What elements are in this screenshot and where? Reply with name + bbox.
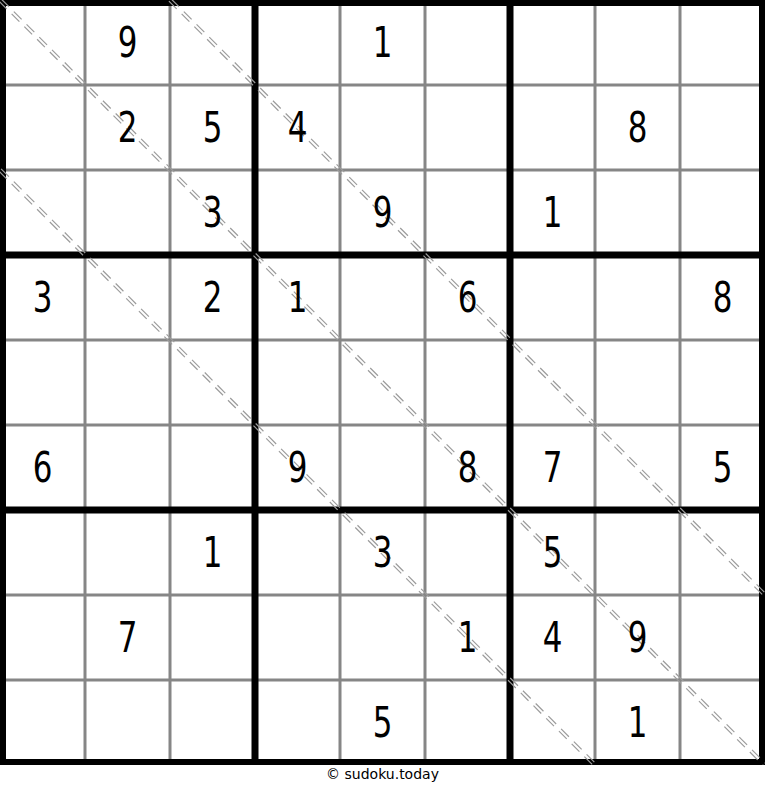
given-digit: 1: [458, 616, 478, 659]
given-digit: 9: [373, 191, 393, 234]
cell-r8c2[interactable]: 7: [85, 595, 170, 680]
cell-r3c4[interactable]: [255, 170, 340, 255]
given-digit: 8: [628, 106, 648, 149]
given-digit: 3: [203, 191, 223, 234]
cell-r7c3[interactable]: 1: [170, 510, 255, 595]
cell-r1c9[interactable]: [680, 0, 765, 85]
cell-r5c8[interactable]: [595, 340, 680, 425]
cell-r7c4[interactable]: [255, 510, 340, 595]
cell-r8c9[interactable]: [680, 595, 765, 680]
given-digit: 6: [33, 446, 53, 489]
given-digit: 7: [118, 616, 138, 659]
cell-r6c7[interactable]: 7: [510, 425, 595, 510]
cell-r6c3[interactable]: [170, 425, 255, 510]
cell-r1c3[interactable]: [170, 0, 255, 85]
cell-r6c4[interactable]: 9: [255, 425, 340, 510]
cell-r4c4[interactable]: 1: [255, 255, 340, 340]
cell-r7c2[interactable]: [85, 510, 170, 595]
cell-r1c6[interactable]: [425, 0, 510, 85]
cell-r2c4[interactable]: 4: [255, 85, 340, 170]
cell-r4c3[interactable]: 2: [170, 255, 255, 340]
cell-r6c8[interactable]: [595, 425, 680, 510]
given-digit: 1: [203, 531, 223, 574]
cell-r3c2[interactable]: [85, 170, 170, 255]
footer-credit: © sudoku.today: [0, 765, 765, 785]
cell-r5c6[interactable]: [425, 340, 510, 425]
cell-r6c6[interactable]: 8: [425, 425, 510, 510]
cell-r8c4[interactable]: [255, 595, 340, 680]
given-digit: 1: [628, 701, 648, 744]
cell-r1c1[interactable]: [0, 0, 85, 85]
cell-r7c5[interactable]: 3: [340, 510, 425, 595]
cell-r2c6[interactable]: [425, 85, 510, 170]
cell-r3c1[interactable]: [0, 170, 85, 255]
cell-r9c2[interactable]: [85, 680, 170, 765]
given-digit: 5: [203, 106, 223, 149]
given-digit: 8: [458, 446, 478, 489]
cell-r2c1[interactable]: [0, 85, 85, 170]
given-digit: 2: [203, 276, 223, 319]
cell-r5c4[interactable]: [255, 340, 340, 425]
cell-r9c3[interactable]: [170, 680, 255, 765]
given-digit: 6: [458, 276, 478, 319]
cell-r2c2[interactable]: 2: [85, 85, 170, 170]
given-digit: 5: [543, 531, 563, 574]
given-digit: 5: [713, 446, 733, 489]
cell-r1c4[interactable]: [255, 0, 340, 85]
cell-r4c5[interactable]: [340, 255, 425, 340]
given-digit: 1: [373, 21, 393, 64]
cell-r2c7[interactable]: [510, 85, 595, 170]
board-cells: 9125483913216869875135714951: [0, 0, 765, 765]
cell-r9c8[interactable]: 1: [595, 680, 680, 765]
cell-r3c9[interactable]: [680, 170, 765, 255]
cell-r5c7[interactable]: [510, 340, 595, 425]
cell-r8c5[interactable]: [340, 595, 425, 680]
sudoku-board: 9125483913216869875135714951: [0, 0, 765, 765]
given-digit: 1: [543, 191, 563, 234]
cell-r2c9[interactable]: [680, 85, 765, 170]
cell-r3c7[interactable]: 1: [510, 170, 595, 255]
cell-r4c9[interactable]: 8: [680, 255, 765, 340]
cell-r5c1[interactable]: [0, 340, 85, 425]
cell-r2c8[interactable]: 8: [595, 85, 680, 170]
cell-r4c8[interactable]: [595, 255, 680, 340]
cell-r9c4[interactable]: [255, 680, 340, 765]
given-digit: 1: [288, 276, 308, 319]
page: 9125483913216869875135714951 © sudoku.to…: [0, 0, 765, 785]
given-digit: 5: [373, 701, 393, 744]
given-digit: 8: [713, 276, 733, 319]
given-digit: 4: [543, 616, 563, 659]
given-digit: 2: [118, 106, 138, 149]
cell-r4c7[interactable]: [510, 255, 595, 340]
cell-r9c5[interactable]: 5: [340, 680, 425, 765]
cell-r1c2[interactable]: 9: [85, 0, 170, 85]
cell-r4c2[interactable]: [85, 255, 170, 340]
cell-r6c9[interactable]: 5: [680, 425, 765, 510]
cell-r5c2[interactable]: [85, 340, 170, 425]
cell-r4c6[interactable]: 6: [425, 255, 510, 340]
cell-r8c6[interactable]: 1: [425, 595, 510, 680]
cell-r3c6[interactable]: [425, 170, 510, 255]
given-digit: 7: [543, 446, 563, 489]
cell-r1c5[interactable]: 1: [340, 0, 425, 85]
cell-r3c3[interactable]: 3: [170, 170, 255, 255]
cell-r3c8[interactable]: [595, 170, 680, 255]
cell-r9c9[interactable]: [680, 680, 765, 765]
given-digit: 9: [118, 21, 138, 64]
cell-r5c5[interactable]: [340, 340, 425, 425]
cell-r1c8[interactable]: [595, 0, 680, 85]
cell-r3c5[interactable]: 9: [340, 170, 425, 255]
cell-r6c5[interactable]: [340, 425, 425, 510]
given-digit: 9: [628, 616, 648, 659]
cell-r9c6[interactable]: [425, 680, 510, 765]
cell-r7c8[interactable]: [595, 510, 680, 595]
cell-r8c7[interactable]: 4: [510, 595, 595, 680]
cell-r7c9[interactable]: [680, 510, 765, 595]
cell-r7c7[interactable]: 5: [510, 510, 595, 595]
cell-r1c7[interactable]: [510, 0, 595, 85]
cell-r2c3[interactable]: 5: [170, 85, 255, 170]
cell-r8c8[interactable]: 9: [595, 595, 680, 680]
given-digit: 4: [288, 106, 308, 149]
cell-r6c1[interactable]: 6: [0, 425, 85, 510]
cell-r9c1[interactable]: [0, 680, 85, 765]
given-digit: 3: [373, 531, 393, 574]
given-digit: 3: [33, 276, 53, 319]
cell-r7c6[interactable]: [425, 510, 510, 595]
cell-r8c1[interactable]: [0, 595, 85, 680]
cell-r6c2[interactable]: [85, 425, 170, 510]
cell-r5c9[interactable]: [680, 340, 765, 425]
cell-r2c5[interactable]: [340, 85, 425, 170]
cell-r7c1[interactable]: [0, 510, 85, 595]
cell-r9c7[interactable]: [510, 680, 595, 765]
cell-r8c3[interactable]: [170, 595, 255, 680]
cell-r4c1[interactable]: 3: [0, 255, 85, 340]
given-digit: 9: [288, 446, 308, 489]
cell-r5c3[interactable]: [170, 340, 255, 425]
